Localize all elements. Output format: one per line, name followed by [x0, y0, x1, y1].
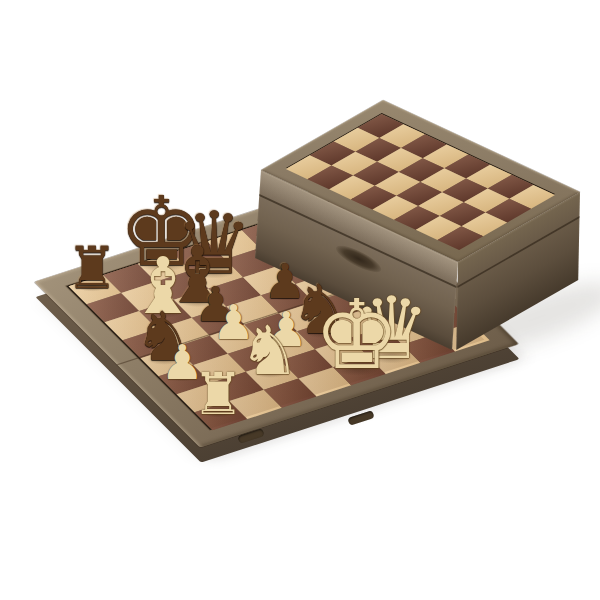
piece-white-knight-c2[interactable]: ♞ — [239, 316, 300, 384]
piece-dark-rook-a8[interactable]: ♜ — [66, 239, 118, 297]
piece-white-rook-a1[interactable]: ♜ — [192, 365, 244, 423]
scene: ♜♚♛♝♟♟♞♞♝♟♟♟♞♜♚♛ — [0, 0, 600, 600]
piece-white-king-e1[interactable]: ♚ — [314, 288, 400, 384]
